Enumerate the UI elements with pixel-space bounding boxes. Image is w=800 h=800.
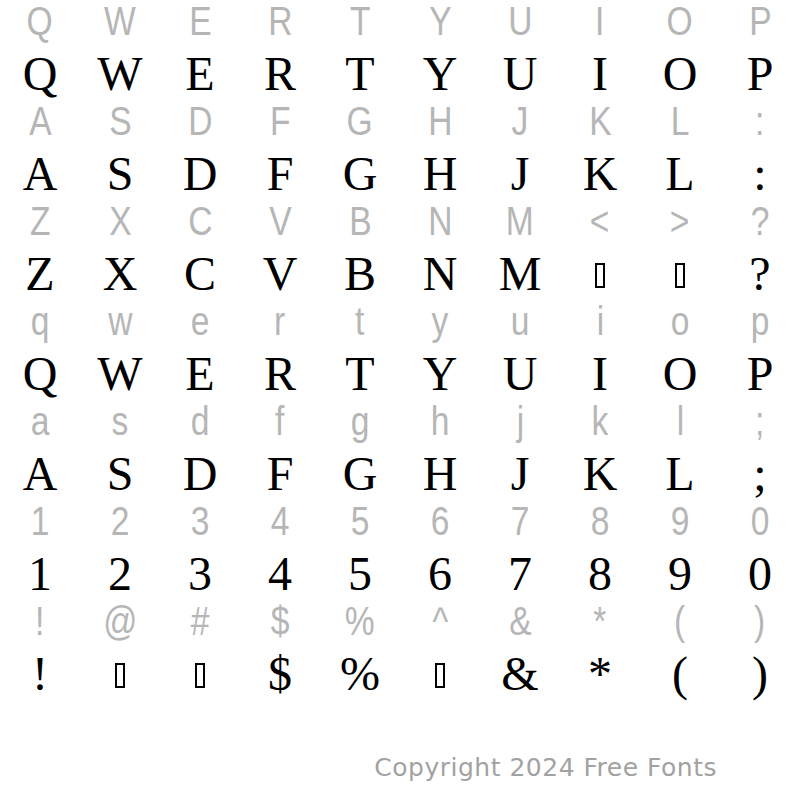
glyph: Y <box>423 350 458 398</box>
glyph: O <box>663 50 698 98</box>
glyph: E <box>189 1 211 41</box>
char-cell: S <box>80 100 160 150</box>
glyph: 3 <box>191 501 210 541</box>
char-cell: r <box>240 300 320 350</box>
glyph: L <box>665 450 694 498</box>
char-cell: T <box>320 0 400 50</box>
glyph: O <box>663 350 698 398</box>
character-row-reference-12: !@#$%^&*() <box>0 600 800 650</box>
glyph: 8 <box>591 501 610 541</box>
char-cell: F <box>240 450 320 505</box>
glyph: 2 <box>108 550 132 598</box>
char-cell: B <box>320 200 400 250</box>
glyph: L <box>671 101 690 141</box>
glyph: 6 <box>431 501 450 541</box>
char-cell: W <box>80 0 160 50</box>
glyph: Z <box>30 201 51 241</box>
glyph: o <box>671 301 690 341</box>
char-cell: 0 <box>720 550 800 605</box>
char-cell: L <box>640 100 720 150</box>
glyph: F <box>267 150 294 198</box>
missing-glyph-box <box>675 263 685 288</box>
character-row-reference-0: QWERTYUIOP <box>0 0 800 50</box>
char-cell: < <box>560 200 640 250</box>
char-cell: ) <box>720 650 800 705</box>
char-cell: R <box>240 350 320 405</box>
char-cell: A <box>0 450 80 505</box>
char-cell-missing <box>640 250 720 305</box>
char-cell: C <box>160 200 240 250</box>
glyph: F <box>267 450 294 498</box>
char-cell: @ <box>80 600 160 650</box>
glyph: Y <box>429 1 451 41</box>
glyph: ) <box>752 650 768 698</box>
char-cell-missing <box>560 250 640 305</box>
char-cell: V <box>240 200 320 250</box>
character-row-reference-4: ZXCVBNM<>? <box>0 200 800 250</box>
char-cell: 2 <box>80 550 160 605</box>
glyph: l <box>676 401 683 441</box>
char-cell: K <box>560 100 640 150</box>
glyph: U <box>503 50 538 98</box>
glyph: B <box>344 250 376 298</box>
glyph: ? <box>749 250 770 298</box>
char-cell: P <box>720 350 800 405</box>
char-cell: ? <box>720 250 800 305</box>
char-cell: C <box>160 250 240 305</box>
char-cell: 3 <box>160 500 240 550</box>
glyph: 6 <box>428 550 452 598</box>
glyph: A <box>29 101 51 141</box>
glyph: j <box>516 401 523 441</box>
glyph: T <box>345 350 374 398</box>
missing-glyph-box <box>435 663 445 688</box>
char-cell: 8 <box>560 550 640 605</box>
char-cell: F <box>240 100 320 150</box>
char-cell: Z <box>0 200 80 250</box>
glyph: u <box>511 301 530 341</box>
char-cell: t <box>320 300 400 350</box>
char-cell: 4 <box>240 550 320 605</box>
char-cell: 4 <box>240 500 320 550</box>
char-cell: Q <box>0 50 80 105</box>
char-cell: I <box>560 0 640 50</box>
glyph: H <box>428 101 452 141</box>
char-cell: D <box>160 100 240 150</box>
glyph: ) <box>754 601 765 641</box>
char-cell: j <box>480 400 560 450</box>
char-cell: w <box>80 300 160 350</box>
glyph: I <box>595 1 604 41</box>
char-cell: H <box>400 150 480 205</box>
glyph: V <box>263 250 298 298</box>
glyph: ; <box>753 450 766 498</box>
glyph: G <box>347 101 373 141</box>
char-cell: Y <box>400 350 480 405</box>
char-cell: ( <box>640 650 720 705</box>
char-cell-missing <box>160 650 240 705</box>
glyph: P <box>747 350 774 398</box>
glyph: # <box>191 601 210 641</box>
char-cell: A <box>0 100 80 150</box>
char-cell: N <box>400 200 480 250</box>
glyph: ! <box>32 650 48 698</box>
glyph: P <box>749 1 771 41</box>
char-cell: p <box>720 300 800 350</box>
glyph: 1 <box>31 501 50 541</box>
char-cell: X <box>80 200 160 250</box>
glyph: D <box>188 101 212 141</box>
glyph: U <box>508 1 532 41</box>
char-cell: 6 <box>400 550 480 605</box>
character-row-font-5: ZXCVBNM? <box>0 250 800 300</box>
char-cell: F <box>240 150 320 205</box>
char-cell: O <box>640 350 720 405</box>
char-cell: B <box>320 250 400 305</box>
glyph: ; <box>755 401 764 441</box>
character-row-reference-6: qwertyuiop <box>0 300 800 350</box>
char-cell-missing <box>400 650 480 705</box>
glyph: Q <box>27 1 53 41</box>
char-cell: e <box>160 300 240 350</box>
char-cell: J <box>480 100 560 150</box>
char-cell: ) <box>720 600 800 650</box>
character-grid: QWERTYUIOPQWERTYUIOPASDFGHJKL:ASDFGHJKL:… <box>0 0 800 700</box>
glyph: E <box>185 350 214 398</box>
char-cell: H <box>400 450 480 505</box>
glyph: % <box>345 601 375 641</box>
char-cell: J <box>480 150 560 205</box>
char-cell: # <box>160 600 240 650</box>
glyph: Q <box>23 50 58 98</box>
char-cell: s <box>80 400 160 450</box>
char-cell: : <box>720 100 800 150</box>
glyph: D <box>183 450 218 498</box>
char-cell: D <box>160 450 240 505</box>
char-cell: D <box>160 150 240 205</box>
char-cell: G <box>320 100 400 150</box>
glyph: i <box>596 301 603 341</box>
glyph: S <box>107 150 134 198</box>
char-cell: J <box>480 450 560 505</box>
char-cell: G <box>320 450 400 505</box>
char-cell: R <box>240 50 320 105</box>
char-cell: N <box>400 250 480 305</box>
glyph: % <box>340 650 380 698</box>
char-cell: 2 <box>80 500 160 550</box>
char-cell: M <box>480 200 560 250</box>
char-cell: E <box>160 0 240 50</box>
glyph: J <box>511 150 530 198</box>
glyph: K <box>583 450 618 498</box>
glyph: ^ <box>432 601 448 641</box>
glyph: T <box>350 1 371 41</box>
char-cell: Q <box>0 0 80 50</box>
character-row-reference-10: 1234567890 <box>0 500 800 550</box>
char-cell: 5 <box>320 500 400 550</box>
glyph: & <box>501 650 538 698</box>
char-cell: Z <box>0 250 80 305</box>
char-cell: W <box>80 50 160 105</box>
glyph: A <box>23 150 58 198</box>
glyph: P <box>747 50 774 98</box>
glyph: T <box>345 50 374 98</box>
glyph: 0 <box>751 501 770 541</box>
glyph: 7 <box>511 501 530 541</box>
glyph: $ <box>268 650 292 698</box>
glyph: ! <box>35 601 44 641</box>
char-cell: u <box>480 300 560 350</box>
char-cell: % <box>320 600 400 650</box>
char-cell: 6 <box>400 500 480 550</box>
char-cell: ? <box>720 200 800 250</box>
char-cell: 5 <box>320 550 400 605</box>
glyph: G <box>343 450 378 498</box>
char-cell: l <box>640 400 720 450</box>
char-cell: O <box>640 50 720 105</box>
char-cell: T <box>320 50 400 105</box>
char-cell: Y <box>400 50 480 105</box>
char-cell: 9 <box>640 550 720 605</box>
glyph: W <box>97 50 142 98</box>
char-cell: W <box>80 350 160 405</box>
glyph: 8 <box>588 550 612 598</box>
character-row-reference-2: ASDFGHJKL: <box>0 100 800 150</box>
glyph: B <box>349 201 371 241</box>
char-cell: H <box>400 100 480 150</box>
missing-glyph-box <box>195 663 205 688</box>
glyph: G <box>343 150 378 198</box>
glyph: N <box>423 250 458 298</box>
char-cell: a <box>0 400 80 450</box>
glyph: ? <box>751 201 770 241</box>
character-row-font-3: ASDFGHJKL: <box>0 150 800 200</box>
char-cell: 1 <box>0 550 80 605</box>
char-cell: I <box>560 50 640 105</box>
glyph: p <box>751 301 770 341</box>
char-cell: R <box>240 0 320 50</box>
glyph: @ <box>103 601 137 641</box>
char-cell: L <box>640 150 720 205</box>
char-cell: S <box>80 450 160 505</box>
char-cell: g <box>320 400 400 450</box>
glyph: W <box>97 350 142 398</box>
char-cell: 3 <box>160 550 240 605</box>
glyph: q <box>31 301 50 341</box>
char-cell: * <box>560 650 640 705</box>
glyph: t <box>355 301 364 341</box>
glyph: C <box>188 201 212 241</box>
char-cell: o <box>640 300 720 350</box>
char-cell: U <box>480 50 560 105</box>
char-cell: $ <box>240 600 320 650</box>
glyph: e <box>191 301 210 341</box>
glyph: s <box>112 401 129 441</box>
char-cell-missing <box>80 650 160 705</box>
glyph: R <box>264 50 296 98</box>
copyright-watermark: Copyright 2024 Free Fonts <box>374 753 717 782</box>
glyph: J <box>511 450 530 498</box>
glyph: a <box>31 401 50 441</box>
glyph: U <box>503 350 538 398</box>
glyph: E <box>185 50 214 98</box>
char-cell: E <box>160 50 240 105</box>
glyph: O <box>667 1 693 41</box>
glyph: & <box>509 601 531 641</box>
char-cell: Y <box>400 0 480 50</box>
character-row-font-13: !$%&*() <box>0 650 800 700</box>
char-cell: 7 <box>480 500 560 550</box>
char-cell: S <box>80 150 160 205</box>
glyph: > <box>670 201 690 241</box>
glyph: 2 <box>111 501 130 541</box>
glyph: X <box>103 250 138 298</box>
char-cell: i <box>560 300 640 350</box>
glyph: M <box>506 201 534 241</box>
char-cell: > <box>640 200 720 250</box>
missing-glyph-box <box>595 263 605 288</box>
char-cell: d <box>160 400 240 450</box>
char-cell: f <box>240 400 320 450</box>
char-cell: h <box>400 400 480 450</box>
glyph: w <box>108 301 132 341</box>
glyph: X <box>109 201 131 241</box>
char-cell: O <box>640 0 720 50</box>
glyph: F <box>270 101 291 141</box>
char-cell: G <box>320 150 400 205</box>
glyph: R <box>268 1 292 41</box>
char-cell: ; <box>720 450 800 505</box>
char-cell: L <box>640 450 720 505</box>
char-cell: E <box>160 350 240 405</box>
char-cell: I <box>560 350 640 405</box>
glyph: < <box>590 201 610 241</box>
glyph: f <box>275 401 284 441</box>
glyph: 7 <box>508 550 532 598</box>
char-cell: P <box>720 50 800 105</box>
char-cell: ; <box>720 400 800 450</box>
char-cell: P <box>720 0 800 50</box>
glyph: * <box>593 601 606 641</box>
glyph: 4 <box>271 501 290 541</box>
glyph: 5 <box>351 501 370 541</box>
glyph: K <box>583 150 618 198</box>
char-cell: A <box>0 150 80 205</box>
glyph: W <box>104 1 136 41</box>
char-cell: K <box>560 450 640 505</box>
glyph: : <box>753 150 766 198</box>
glyph: $ <box>271 601 290 641</box>
char-cell: U <box>480 350 560 405</box>
glyph: 4 <box>268 550 292 598</box>
glyph: ( <box>674 601 685 641</box>
char-cell: ( <box>640 600 720 650</box>
character-row-font-7: QWERTYUIOP <box>0 350 800 400</box>
char-cell: ! <box>0 650 80 705</box>
glyph: 9 <box>671 501 690 541</box>
glyph: S <box>109 101 131 141</box>
character-row-font-11: 1234567890 <box>0 550 800 600</box>
glyph: H <box>423 450 458 498</box>
char-cell: M <box>480 250 560 305</box>
char-cell: 9 <box>640 500 720 550</box>
glyph: Y <box>423 50 458 98</box>
glyph: C <box>184 250 216 298</box>
glyph: : <box>755 101 764 141</box>
char-cell: 7 <box>480 550 560 605</box>
glyph: J <box>512 101 529 141</box>
char-cell: % <box>320 650 400 705</box>
glyph: Q <box>23 350 58 398</box>
char-cell: U <box>480 0 560 50</box>
glyph: D <box>183 150 218 198</box>
glyph: g <box>351 401 370 441</box>
glyph: h <box>431 401 450 441</box>
char-cell: 1 <box>0 500 80 550</box>
character-row-font-1: QWERTYUIOP <box>0 50 800 100</box>
missing-glyph-box <box>115 663 125 688</box>
char-cell: T <box>320 350 400 405</box>
char-cell: V <box>240 250 320 305</box>
character-row-reference-8: asdfghjkl; <box>0 400 800 450</box>
glyph: I <box>592 50 608 98</box>
char-cell: ! <box>0 600 80 650</box>
glyph: Z <box>25 250 54 298</box>
glyph: H <box>423 150 458 198</box>
glyph: 9 <box>668 550 692 598</box>
glyph: d <box>191 401 210 441</box>
glyph: * <box>588 650 612 698</box>
char-cell: & <box>480 600 560 650</box>
glyph: 0 <box>748 550 772 598</box>
char-cell: 0 <box>720 500 800 550</box>
char-cell: y <box>400 300 480 350</box>
glyph: r <box>274 301 285 341</box>
glyph: k <box>592 401 609 441</box>
char-cell: 8 <box>560 500 640 550</box>
glyph: y <box>432 301 449 341</box>
glyph: R <box>264 350 296 398</box>
char-cell: * <box>560 600 640 650</box>
char-cell: q <box>0 300 80 350</box>
char-cell: & <box>480 650 560 705</box>
char-cell: Q <box>0 350 80 405</box>
char-cell: $ <box>240 650 320 705</box>
character-row-font-9: ASDFGHJKL; <box>0 450 800 500</box>
glyph: 3 <box>188 550 212 598</box>
glyph: A <box>23 450 58 498</box>
char-cell: ^ <box>400 600 480 650</box>
glyph: 1 <box>28 550 52 598</box>
glyph: V <box>269 201 291 241</box>
glyph: I <box>592 350 608 398</box>
glyph: S <box>107 450 134 498</box>
glyph: K <box>589 101 611 141</box>
glyph: ( <box>672 650 688 698</box>
glyph: N <box>428 201 452 241</box>
char-cell: K <box>560 150 640 205</box>
glyph: M <box>499 250 542 298</box>
char-cell: X <box>80 250 160 305</box>
glyph: 5 <box>348 550 372 598</box>
char-cell: : <box>720 150 800 205</box>
char-cell: k <box>560 400 640 450</box>
glyph: L <box>665 150 694 198</box>
